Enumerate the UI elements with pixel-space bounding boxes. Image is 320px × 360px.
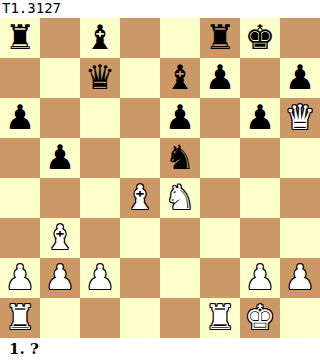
square-e8[interactable]	[160, 18, 200, 58]
square-h1[interactable]	[280, 298, 320, 338]
white-pawn: ♟	[45, 258, 75, 297]
white-pawn: ♟	[245, 258, 275, 297]
square-d3[interactable]	[120, 218, 160, 258]
square-g4[interactable]	[240, 178, 280, 218]
puzzle-id-label: T1.3127	[0, 0, 320, 18]
square-d4[interactable]: ♝	[120, 178, 160, 218]
square-f7[interactable]: ♟	[200, 58, 240, 98]
square-f1[interactable]: ♜	[200, 298, 240, 338]
square-f3[interactable]	[200, 218, 240, 258]
white-pawn: ♟	[5, 258, 35, 297]
square-a1[interactable]: ♜	[0, 298, 40, 338]
square-g2[interactable]: ♟	[240, 258, 280, 298]
square-h7[interactable]: ♟	[280, 58, 320, 98]
square-h8[interactable]	[280, 18, 320, 58]
move-prompt: 1. ?	[0, 338, 320, 360]
square-e1[interactable]	[160, 298, 200, 338]
square-c4[interactable]	[80, 178, 120, 218]
black-pawn: ♟	[245, 98, 275, 137]
white-king: ♚	[245, 298, 275, 337]
square-d2[interactable]	[120, 258, 160, 298]
square-b7[interactable]	[40, 58, 80, 98]
square-g1[interactable]: ♚	[240, 298, 280, 338]
black-pawn: ♟	[5, 98, 35, 137]
square-c2[interactable]: ♟	[80, 258, 120, 298]
square-c6[interactable]	[80, 98, 120, 138]
square-b6[interactable]	[40, 98, 80, 138]
square-h3[interactable]	[280, 218, 320, 258]
white-bishop: ♝	[45, 218, 75, 257]
square-f2[interactable]	[200, 258, 240, 298]
black-queen: ♛	[85, 58, 115, 97]
square-a7[interactable]	[0, 58, 40, 98]
square-f5[interactable]	[200, 138, 240, 178]
square-g5[interactable]	[240, 138, 280, 178]
chess-puzzle-window: T1.3127 ♜♝♜♚♛♝♟♟♟♟♟♛♟♞♝♞♝♟♟♟♟♟♜♜♚ 1. ?	[0, 0, 320, 360]
square-d5[interactable]	[120, 138, 160, 178]
square-d6[interactable]	[120, 98, 160, 138]
square-a8[interactable]: ♜	[0, 18, 40, 58]
square-a4[interactable]	[0, 178, 40, 218]
square-g6[interactable]: ♟	[240, 98, 280, 138]
white-pawn: ♟	[285, 258, 315, 297]
white-queen: ♛	[285, 98, 315, 137]
black-king: ♚	[245, 18, 275, 57]
black-bishop: ♝	[85, 18, 115, 57]
square-c8[interactable]: ♝	[80, 18, 120, 58]
square-c5[interactable]	[80, 138, 120, 178]
black-bishop: ♝	[165, 58, 195, 97]
square-c3[interactable]	[80, 218, 120, 258]
square-h2[interactable]: ♟	[280, 258, 320, 298]
square-c1[interactable]	[80, 298, 120, 338]
square-a3[interactable]	[0, 218, 40, 258]
black-pawn: ♟	[205, 58, 235, 97]
square-e6[interactable]: ♟	[160, 98, 200, 138]
square-h4[interactable]	[280, 178, 320, 218]
square-f8[interactable]: ♜	[200, 18, 240, 58]
square-b5[interactable]: ♟	[40, 138, 80, 178]
square-d1[interactable]	[120, 298, 160, 338]
square-e7[interactable]: ♝	[160, 58, 200, 98]
black-pawn: ♟	[45, 138, 75, 177]
white-bishop: ♝	[125, 178, 155, 217]
square-a5[interactable]	[0, 138, 40, 178]
white-rook: ♜	[205, 298, 235, 337]
chess-board: ♜♝♜♚♛♝♟♟♟♟♟♛♟♞♝♞♝♟♟♟♟♟♜♜♚	[0, 18, 320, 338]
square-b1[interactable]	[40, 298, 80, 338]
square-g3[interactable]	[240, 218, 280, 258]
black-pawn: ♟	[165, 98, 195, 137]
black-pawn: ♟	[285, 58, 315, 97]
square-d8[interactable]	[120, 18, 160, 58]
white-rook: ♜	[5, 298, 35, 337]
black-rook: ♜	[205, 18, 235, 57]
square-a6[interactable]: ♟	[0, 98, 40, 138]
black-knight: ♞	[165, 138, 195, 177]
square-d7[interactable]	[120, 58, 160, 98]
square-b4[interactable]	[40, 178, 80, 218]
square-e4[interactable]: ♞	[160, 178, 200, 218]
white-knight: ♞	[165, 178, 195, 217]
square-h5[interactable]	[280, 138, 320, 178]
square-b2[interactable]: ♟	[40, 258, 80, 298]
square-g7[interactable]	[240, 58, 280, 98]
white-pawn: ♟	[85, 258, 115, 297]
square-f4[interactable]	[200, 178, 240, 218]
square-e2[interactable]	[160, 258, 200, 298]
black-rook: ♜	[5, 18, 35, 57]
square-h6[interactable]: ♛	[280, 98, 320, 138]
square-b8[interactable]	[40, 18, 80, 58]
square-a2[interactable]: ♟	[0, 258, 40, 298]
square-g8[interactable]: ♚	[240, 18, 280, 58]
square-b3[interactable]: ♝	[40, 218, 80, 258]
square-c7[interactable]: ♛	[80, 58, 120, 98]
square-e3[interactable]	[160, 218, 200, 258]
square-e5[interactable]: ♞	[160, 138, 200, 178]
square-f6[interactable]	[200, 98, 240, 138]
